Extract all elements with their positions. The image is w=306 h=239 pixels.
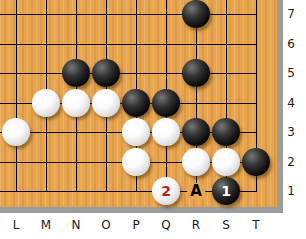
row-label-4: 4: [280, 96, 302, 110]
col-label-o: O: [95, 218, 117, 232]
col-label-m: M: [35, 218, 57, 232]
stone-black-n5: [62, 59, 90, 87]
col-label-n: N: [65, 218, 87, 232]
stone-white-m4: [32, 89, 60, 117]
stone-black-s1-move-1: 1: [212, 177, 240, 205]
go-board[interactable]: 12 A: [0, 0, 277, 207]
col-label-s: S: [215, 218, 237, 232]
row-label-5: 5: [280, 66, 302, 80]
stone-white-r2: [182, 148, 210, 176]
stone-white-q3: [152, 118, 180, 146]
stone-white-l3: [2, 118, 30, 146]
stone-white-q1-move-2: 2: [152, 177, 180, 205]
stone-black-o5: [92, 59, 120, 87]
col-label-p: P: [125, 218, 147, 232]
stone-black-r7: [182, 0, 210, 28]
stone-white-n4: [62, 89, 90, 117]
stone-white-s2: [212, 148, 240, 176]
grid-line-row-5: [0, 73, 257, 74]
stone-black-r3: [182, 118, 210, 146]
stone-black-r5: [182, 59, 210, 87]
row-label-1: 1: [280, 184, 302, 198]
stone-black-t2: [242, 148, 270, 176]
grid-line-row-7: [0, 14, 257, 15]
col-label-q: Q: [155, 218, 177, 232]
go-diagram: 12 A LMNOPQRST 7654321: [0, 0, 306, 239]
point-marker-a-r1: A: [187, 183, 205, 199]
col-label-t: T: [245, 218, 267, 232]
grid-line-row-6: [0, 44, 257, 45]
col-label-l: L: [5, 218, 27, 232]
stone-white-o4: [92, 89, 120, 117]
row-label-7: 7: [280, 7, 302, 21]
row-label-3: 3: [280, 125, 302, 139]
stone-black-p4: [122, 89, 150, 117]
row-label-2: 2: [280, 155, 302, 169]
grid-line-col-l: [16, 0, 17, 192]
stone-white-p2: [122, 148, 150, 176]
col-label-r: R: [185, 218, 207, 232]
stone-black-q4: [152, 89, 180, 117]
stone-white-p3: [122, 118, 150, 146]
stone-black-s3: [212, 118, 240, 146]
row-label-6: 6: [280, 37, 302, 51]
